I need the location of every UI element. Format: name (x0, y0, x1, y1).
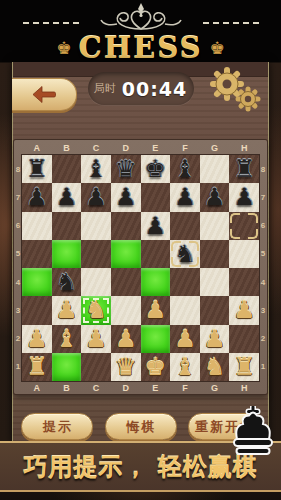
black-knight-piece: ♞ (52, 268, 82, 296)
last-move-corner-marker (189, 241, 199, 251)
square-d2[interactable]: ♟ (111, 325, 141, 353)
coord-label: 1 (14, 353, 22, 381)
rank-labels-left: 87654321 (14, 155, 22, 381)
last-move-corner-marker (248, 213, 258, 223)
square-d5[interactable] (111, 240, 141, 268)
square-h5[interactable] (229, 240, 259, 268)
coord-label: C (81, 140, 111, 155)
black-pawn-piece: ♟ (200, 183, 230, 211)
white-pawn-piece: ♟ (141, 296, 171, 324)
square-e2[interactable] (141, 325, 171, 353)
square-g4[interactable] (200, 268, 230, 296)
coord-label: 2 (14, 325, 22, 353)
last-move-corner-marker (189, 257, 199, 267)
square-c4[interactable] (81, 268, 111, 296)
black-bishop-piece: ♝ (170, 155, 200, 183)
square-a3[interactable] (22, 296, 52, 324)
app-screen: ♚ CHESS ♚ 局时 00:44 (0, 0, 281, 500)
square-c7[interactable]: ♟ (81, 183, 111, 211)
title-banner: ♚ CHESS ♚ (0, 0, 281, 62)
square-c5[interactable] (81, 240, 111, 268)
square-h6[interactable] (229, 212, 259, 240)
coord-label: 4 (259, 268, 267, 296)
square-c8[interactable]: ♝ (81, 155, 111, 183)
coord-label: 4 (14, 268, 22, 296)
square-c1[interactable] (81, 353, 111, 381)
square-h4[interactable] (229, 268, 259, 296)
coord-label: 7 (14, 183, 22, 211)
square-c6[interactable] (81, 212, 111, 240)
square-h8[interactable]: ♜ (229, 155, 259, 183)
square-g8[interactable] (200, 155, 230, 183)
square-a7[interactable]: ♟ (22, 183, 52, 211)
black-rook-piece: ♜ (22, 155, 52, 183)
square-d1[interactable]: ♛ (111, 353, 141, 381)
selected-square-border (83, 298, 109, 322)
coord-label: H (229, 140, 259, 155)
square-f2[interactable]: ♟ (170, 325, 200, 353)
square-a8[interactable]: ♜ (22, 155, 52, 183)
coord-label: D (111, 380, 141, 395)
white-pawn-piece: ♟ (111, 325, 141, 353)
promo-text: 巧用提示， 轻松赢棋 (23, 451, 257, 483)
rank-labels-right: 87654321 (259, 155, 267, 381)
app-title: CHESS (79, 31, 203, 65)
coord-label: G (200, 140, 230, 155)
coord-label: D (111, 140, 141, 155)
gold-king-icon-left: ♚ (56, 38, 71, 58)
square-e7[interactable] (141, 183, 171, 211)
square-b4[interactable]: ♞ (52, 268, 82, 296)
square-b8[interactable] (52, 155, 82, 183)
square-f6[interactable] (170, 212, 200, 240)
hint-button[interactable]: 提示 (21, 413, 93, 440)
gold-king-icon-right: ♚ (209, 38, 224, 58)
white-queen-piece: ♛ (111, 353, 141, 381)
black-knight-piece: ♞ (170, 240, 200, 268)
coord-label: 2 (259, 325, 267, 353)
black-bishop-piece: ♝ (81, 155, 111, 183)
black-pawn-piece: ♟ (81, 183, 111, 211)
black-pawn-piece: ♟ (111, 183, 141, 211)
coord-label: E (141, 140, 171, 155)
back-button[interactable] (12, 78, 77, 111)
coord-label: 7 (259, 183, 267, 211)
square-a5[interactable] (22, 240, 52, 268)
square-a4[interactable] (22, 268, 52, 296)
last-move-corner-marker (171, 257, 181, 267)
square-f1[interactable]: ♝ (170, 353, 200, 381)
white-king-piece: ♚ (141, 353, 171, 381)
white-pawn-piece: ♟ (22, 325, 52, 353)
gears-icon (213, 70, 258, 109)
black-king-piece: ♚ (141, 155, 171, 183)
square-h3[interactable]: ♟ (229, 296, 259, 324)
square-a1[interactable]: ♜ (22, 353, 52, 381)
square-g7[interactable]: ♟ (200, 183, 230, 211)
square-c3[interactable]: ♞ (81, 296, 111, 324)
white-bishop-piece: ♝ (170, 353, 200, 381)
square-b1[interactable] (52, 353, 82, 381)
last-move-corner-marker (248, 229, 258, 239)
back-arrow-icon (32, 86, 56, 103)
undo-button[interactable]: 悔棋 (105, 413, 177, 440)
coord-label: A (22, 140, 52, 155)
coord-label: 5 (259, 240, 267, 268)
white-rook-piece: ♜ (229, 353, 259, 381)
white-pawn-piece: ♟ (52, 296, 82, 324)
coord-label: 8 (259, 155, 267, 183)
black-pawn-piece: ♟ (229, 183, 259, 211)
timer-label: 局时 (94, 81, 116, 96)
white-rook-piece: ♜ (22, 353, 52, 381)
white-knight-piece: ♞ (81, 296, 111, 324)
square-h1[interactable]: ♜ (229, 353, 259, 381)
square-f5[interactable]: ♞ (170, 240, 200, 268)
square-h2[interactable] (229, 325, 259, 353)
square-d7[interactable]: ♟ (111, 183, 141, 211)
square-b3[interactable]: ♟ (52, 296, 82, 324)
square-e3[interactable]: ♟ (141, 296, 171, 324)
square-h7[interactable]: ♟ (229, 183, 259, 211)
square-f8[interactable]: ♝ (170, 155, 200, 183)
square-e8[interactable]: ♚ (141, 155, 171, 183)
square-d8[interactable]: ♛ (111, 155, 141, 183)
last-move-corner-marker (230, 213, 240, 223)
flourish-ornament-icon (21, 2, 261, 34)
file-labels-bottom: ABCDEFGH (22, 380, 259, 395)
coord-label: 3 (259, 296, 267, 324)
black-pawn-piece: ♟ (22, 183, 52, 211)
square-g1[interactable]: ♞ (200, 353, 230, 381)
square-f4[interactable] (170, 268, 200, 296)
square-g5[interactable] (200, 240, 230, 268)
square-f3[interactable] (170, 296, 200, 324)
last-move-corner-marker (230, 229, 240, 239)
black-crown-icon (226, 406, 280, 458)
square-b2[interactable]: ♝ (52, 325, 82, 353)
white-pawn-piece: ♟ (229, 296, 259, 324)
black-pawn-piece: ♟ (141, 212, 171, 240)
square-d6[interactable] (111, 212, 141, 240)
coord-label: 5 (14, 240, 22, 268)
square-e6[interactable]: ♟ (141, 212, 171, 240)
game-timer: 局时 00:44 (88, 72, 194, 105)
coord-label: F (170, 380, 200, 395)
timer-value: 00:44 (122, 78, 187, 100)
white-pawn-piece: ♟ (81, 325, 111, 353)
coord-label: C (81, 380, 111, 395)
coord-label: B (52, 380, 82, 395)
white-pawn-piece: ♟ (170, 325, 200, 353)
white-pawn-piece: ♟ (200, 325, 230, 353)
coord-label: F (170, 140, 200, 155)
coord-label: H (229, 380, 259, 395)
square-e5[interactable] (141, 240, 171, 268)
square-b6[interactable] (52, 212, 82, 240)
black-queen-piece: ♛ (111, 155, 141, 183)
settings-button[interactable] (205, 63, 263, 115)
coord-label: G (200, 380, 230, 395)
chess-board: ABCDEFGH ABCDEFGH 87654321 87654321 ♜♝♛♚… (14, 140, 267, 394)
coord-label: A (22, 380, 52, 395)
square-f7[interactable]: ♟ (170, 183, 200, 211)
black-pawn-piece: ♟ (170, 183, 200, 211)
black-pawn-piece: ♟ (52, 183, 82, 211)
square-a2[interactable]: ♟ (22, 325, 52, 353)
square-a6[interactable] (22, 212, 52, 240)
white-bishop-piece: ♝ (52, 325, 82, 353)
square-g3[interactable] (200, 296, 230, 324)
square-d3[interactable] (111, 296, 141, 324)
last-move-corner-marker (171, 241, 181, 251)
coord-label: 1 (259, 353, 267, 381)
square-e4[interactable] (141, 268, 171, 296)
white-knight-piece: ♞ (200, 353, 230, 381)
square-b5[interactable] (52, 240, 82, 268)
square-g6[interactable] (200, 212, 230, 240)
coord-label: 3 (14, 296, 22, 324)
coord-label: 6 (14, 212, 22, 240)
square-b7[interactable]: ♟ (52, 183, 82, 211)
square-g2[interactable]: ♟ (200, 325, 230, 353)
square-d4[interactable] (111, 268, 141, 296)
coord-label: E (141, 380, 171, 395)
black-rook-piece: ♜ (229, 155, 259, 183)
file-labels-top: ABCDEFGH (22, 140, 259, 155)
square-e1[interactable]: ♚ (141, 353, 171, 381)
coord-label: B (52, 140, 82, 155)
board-grid: ♜♝♛♚♝♜♟♟♟♟♟♟♟♟♞♞♟♞♟♟♟♝♟♟♟♟♜♛♚♝♞♜ (22, 155, 259, 381)
coord-label: 6 (259, 212, 267, 240)
square-c2[interactable]: ♟ (81, 325, 111, 353)
coord-label: 8 (14, 155, 22, 183)
